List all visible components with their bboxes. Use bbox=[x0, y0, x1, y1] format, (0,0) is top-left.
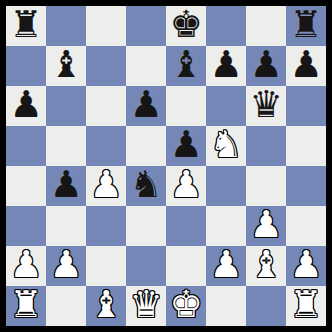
square-a8[interactable]: ♜ bbox=[6, 6, 46, 46]
square-a2[interactable]: ♟ bbox=[6, 246, 46, 286]
square-d6[interactable]: ♟ bbox=[126, 86, 166, 126]
square-b6[interactable] bbox=[46, 86, 86, 126]
square-d4[interactable]: ♞ bbox=[126, 166, 166, 206]
square-e5[interactable]: ♟ bbox=[166, 126, 206, 166]
square-e2[interactable] bbox=[166, 246, 206, 286]
square-d5[interactable] bbox=[126, 126, 166, 166]
white-pawn-a2[interactable]: ♟ bbox=[9, 245, 42, 285]
square-f4[interactable] bbox=[206, 166, 246, 206]
square-d8[interactable] bbox=[126, 6, 166, 46]
white-pawn-f2[interactable]: ♟ bbox=[209, 245, 242, 285]
square-e3[interactable] bbox=[166, 206, 206, 246]
square-c7[interactable] bbox=[86, 46, 126, 86]
square-b7[interactable]: ♝ bbox=[46, 46, 86, 86]
square-a1[interactable]: ♜ bbox=[6, 286, 46, 326]
square-g2[interactable]: ♝ bbox=[246, 246, 286, 286]
square-g4[interactable] bbox=[246, 166, 286, 206]
black-knight-d4[interactable]: ♞ bbox=[129, 165, 162, 205]
square-f6[interactable] bbox=[206, 86, 246, 126]
square-h7[interactable]: ♟ bbox=[286, 46, 326, 86]
black-rook-h8[interactable]: ♜ bbox=[289, 5, 322, 45]
square-h1[interactable]: ♜ bbox=[286, 286, 326, 326]
square-c6[interactable] bbox=[86, 86, 126, 126]
white-bishop-g2[interactable]: ♝ bbox=[249, 245, 282, 285]
square-d1[interactable]: ♛ bbox=[126, 286, 166, 326]
square-f5[interactable]: ♞ bbox=[206, 126, 246, 166]
square-e7[interactable]: ♝ bbox=[166, 46, 206, 86]
square-h5[interactable] bbox=[286, 126, 326, 166]
white-pawn-b2[interactable]: ♟ bbox=[49, 245, 82, 285]
square-g6[interactable]: ♛ bbox=[246, 86, 286, 126]
square-f2[interactable]: ♟ bbox=[206, 246, 246, 286]
square-d3[interactable] bbox=[126, 206, 166, 246]
square-c3[interactable] bbox=[86, 206, 126, 246]
square-e1[interactable]: ♚ bbox=[166, 286, 206, 326]
square-h6[interactable] bbox=[286, 86, 326, 126]
white-rook-a1[interactable]: ♜ bbox=[9, 285, 42, 325]
black-pawn-g7[interactable]: ♟ bbox=[249, 45, 282, 85]
square-e4[interactable]: ♟ bbox=[166, 166, 206, 206]
square-g8[interactable] bbox=[246, 6, 286, 46]
black-pawn-a6[interactable]: ♟ bbox=[9, 85, 42, 125]
square-c8[interactable] bbox=[86, 6, 126, 46]
square-a5[interactable] bbox=[6, 126, 46, 166]
square-e6[interactable] bbox=[166, 86, 206, 126]
square-h8[interactable]: ♜ bbox=[286, 6, 326, 46]
square-d7[interactable] bbox=[126, 46, 166, 86]
chess-board: ♜♚♜♝♝♟♟♟♟♟♛♟♞♟♟♞♟♟♟♟♟♝♟♜♝♛♚♜ bbox=[6, 6, 326, 326]
white-pawn-h2[interactable]: ♟ bbox=[289, 245, 322, 285]
square-b2[interactable]: ♟ bbox=[46, 246, 86, 286]
square-a6[interactable]: ♟ bbox=[6, 86, 46, 126]
square-a7[interactable] bbox=[6, 46, 46, 86]
black-pawn-e5[interactable]: ♟ bbox=[169, 125, 202, 165]
chess-board-frame: ♜♚♜♝♝♟♟♟♟♟♛♟♞♟♟♞♟♟♟♟♟♝♟♜♝♛♚♜ bbox=[0, 0, 332, 332]
square-c1[interactable]: ♝ bbox=[86, 286, 126, 326]
white-queen-d1[interactable]: ♛ bbox=[129, 285, 162, 325]
white-pawn-e4[interactable]: ♟ bbox=[169, 165, 202, 205]
square-h4[interactable] bbox=[286, 166, 326, 206]
black-king-e8[interactable]: ♚ bbox=[169, 5, 202, 45]
square-e8[interactable]: ♚ bbox=[166, 6, 206, 46]
square-f8[interactable] bbox=[206, 6, 246, 46]
square-c5[interactable] bbox=[86, 126, 126, 166]
square-f7[interactable]: ♟ bbox=[206, 46, 246, 86]
square-h3[interactable] bbox=[286, 206, 326, 246]
black-queen-g6[interactable]: ♛ bbox=[249, 85, 282, 125]
square-g7[interactable]: ♟ bbox=[246, 46, 286, 86]
square-g1[interactable] bbox=[246, 286, 286, 326]
black-pawn-f7[interactable]: ♟ bbox=[209, 45, 242, 85]
square-b5[interactable] bbox=[46, 126, 86, 166]
black-bishop-b7[interactable]: ♝ bbox=[49, 45, 82, 85]
square-a4[interactable] bbox=[6, 166, 46, 206]
white-knight-f5[interactable]: ♞ bbox=[209, 125, 242, 165]
black-rook-a8[interactable]: ♜ bbox=[9, 5, 42, 45]
white-pawn-c4[interactable]: ♟ bbox=[89, 165, 122, 205]
white-rook-h1[interactable]: ♜ bbox=[289, 285, 322, 325]
square-b3[interactable] bbox=[46, 206, 86, 246]
black-pawn-d6[interactable]: ♟ bbox=[129, 85, 162, 125]
square-g3[interactable]: ♟ bbox=[246, 206, 286, 246]
square-d2[interactable] bbox=[126, 246, 166, 286]
square-f3[interactable] bbox=[206, 206, 246, 246]
square-h2[interactable]: ♟ bbox=[286, 246, 326, 286]
black-bishop-e7[interactable]: ♝ bbox=[169, 45, 202, 85]
square-f1[interactable] bbox=[206, 286, 246, 326]
white-bishop-c1[interactable]: ♝ bbox=[89, 285, 122, 325]
square-g5[interactable] bbox=[246, 126, 286, 166]
white-king-e1[interactable]: ♚ bbox=[169, 285, 202, 325]
white-pawn-g3[interactable]: ♟ bbox=[249, 205, 282, 245]
square-c2[interactable] bbox=[86, 246, 126, 286]
square-b1[interactable] bbox=[46, 286, 86, 326]
square-b8[interactable] bbox=[46, 6, 86, 46]
square-a3[interactable] bbox=[6, 206, 46, 246]
square-b4[interactable]: ♟ bbox=[46, 166, 86, 206]
black-pawn-b4[interactable]: ♟ bbox=[49, 165, 82, 205]
square-c4[interactable]: ♟ bbox=[86, 166, 126, 206]
black-pawn-h7[interactable]: ♟ bbox=[289, 45, 322, 85]
